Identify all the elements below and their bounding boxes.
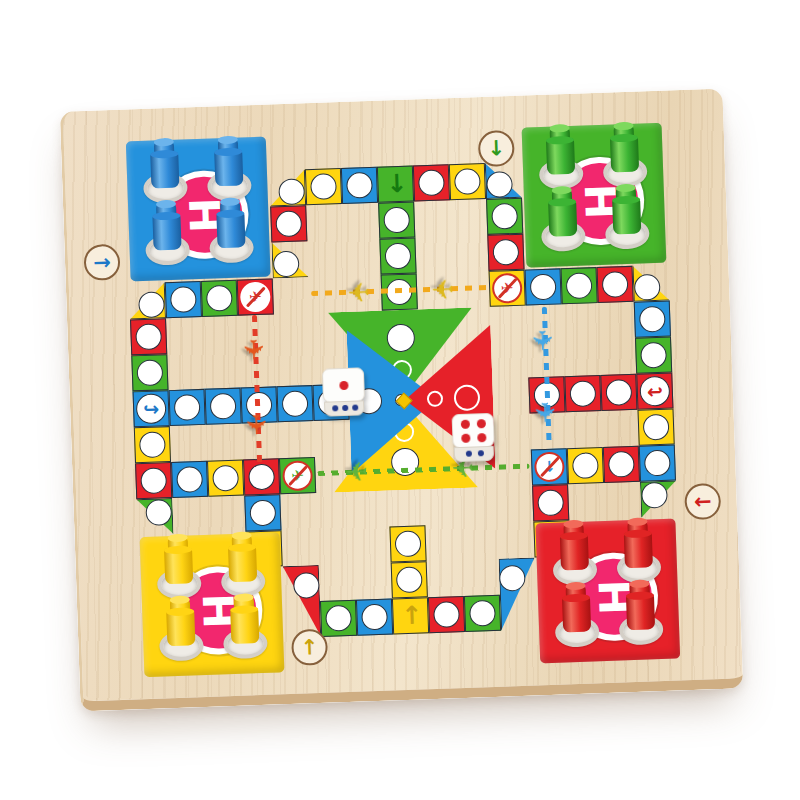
peg-blue-hangar-3[interactable] bbox=[151, 202, 183, 253]
die-pip-red bbox=[477, 433, 486, 442]
launch-arrow-icon: ↓ bbox=[487, 138, 505, 160]
track-spot bbox=[499, 565, 526, 592]
yellow-plane-token-2[interactable]: ✈ bbox=[431, 275, 455, 303]
curved-arrow-icon: ↪ bbox=[143, 399, 160, 419]
red-plane-token-1[interactable]: ✈ bbox=[240, 338, 268, 362]
die-pip-blue bbox=[342, 405, 348, 411]
green-launch-circle: ↓ bbox=[478, 130, 515, 167]
peg-green-hangar-2[interactable] bbox=[609, 124, 641, 175]
die-pip-blue bbox=[466, 451, 472, 457]
peg-yellow-hangar-2[interactable] bbox=[227, 533, 259, 584]
die-pip-red bbox=[461, 433, 470, 442]
blue-plane-token-2[interactable]: ✈ bbox=[531, 401, 559, 425]
peg-yellow-hangar-3[interactable] bbox=[165, 597, 197, 648]
peg-red-hangar-3[interactable] bbox=[561, 584, 593, 635]
peg-red-hangar-1[interactable] bbox=[558, 522, 590, 573]
curved-arrow-icon: ↩ bbox=[647, 381, 664, 401]
die-pip-blue bbox=[478, 450, 484, 456]
die-front-face bbox=[324, 400, 364, 416]
die-top-face bbox=[322, 367, 365, 402]
peg-blue-hangar-4[interactable] bbox=[215, 199, 247, 250]
die-top-face bbox=[452, 413, 495, 448]
blue-plane-token-1[interactable]: ✈ bbox=[528, 329, 556, 353]
red-launch-circle: ← bbox=[684, 483, 721, 520]
launch-arrow-icon: ← bbox=[694, 491, 712, 513]
launch-arrow-icon: ↑ bbox=[300, 637, 318, 659]
die-pip-red bbox=[476, 419, 485, 428]
die-pip-blue bbox=[332, 405, 338, 411]
blue-launch-circle: → bbox=[83, 244, 120, 281]
game-board: ↓✈↩↓↑✈↪✈→↓←↑HHHH✈✈✈✈✈✈✈✈ bbox=[60, 89, 744, 712]
red-plane-token-2[interactable]: ✈ bbox=[242, 413, 270, 437]
die-pip-red bbox=[339, 380, 348, 389]
die-front-face bbox=[454, 446, 494, 462]
track-direction-arrow-icon: ↑ bbox=[401, 602, 423, 628]
yellow-launch-circle: ↑ bbox=[291, 629, 328, 666]
die-1[interactable] bbox=[322, 367, 364, 416]
peg-red-hangar-4[interactable] bbox=[624, 581, 656, 632]
peg-green-hangar-4[interactable] bbox=[611, 186, 643, 237]
peg-red-hangar-2[interactable] bbox=[622, 519, 654, 570]
die-pip-red bbox=[460, 419, 469, 428]
launch-arrow-icon: → bbox=[93, 252, 111, 274]
die-pip-blue bbox=[352, 405, 358, 411]
peg-yellow-hangar-4[interactable] bbox=[229, 595, 261, 646]
green-plane-token-1[interactable]: ✈ bbox=[345, 457, 369, 485]
peg-blue-hangar-1[interactable] bbox=[149, 140, 181, 191]
die-2[interactable] bbox=[452, 413, 494, 462]
peg-blue-hangar-2[interactable] bbox=[213, 137, 245, 188]
peg-green-hangar-1[interactable] bbox=[545, 126, 577, 177]
product-photo-scene: ↓✈↩↓↑✈↪✈→↓←↑HHHH✈✈✈✈✈✈✈✈ bbox=[0, 0, 800, 800]
peg-green-hangar-3[interactable] bbox=[547, 188, 579, 239]
track-spot bbox=[641, 482, 668, 509]
peg-yellow-hangar-1[interactable] bbox=[163, 535, 195, 586]
track-direction-arrow-icon: ↓ bbox=[386, 171, 408, 197]
yellow-plane-token-1[interactable]: ✈ bbox=[347, 278, 371, 306]
